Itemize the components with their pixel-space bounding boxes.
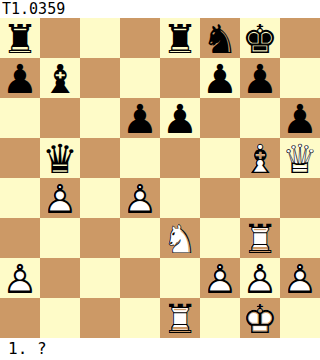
white-pawn[interactable]: ♟♙ — [200, 258, 240, 298]
square-b7[interactable]: ♝ — [40, 58, 80, 98]
square-f4[interactable] — [200, 178, 240, 218]
square-h6[interactable]: ♟ — [280, 98, 320, 138]
square-g8[interactable]: ♚ — [240, 18, 280, 58]
white-king[interactable]: ♚♔ — [240, 298, 280, 338]
square-e1[interactable]: ♜♖ — [160, 298, 200, 338]
black-pawn[interactable]: ♟ — [200, 58, 240, 98]
white-queen[interactable]: ♛♕ — [280, 138, 320, 178]
square-b1[interactable] — [40, 298, 80, 338]
square-a7[interactable]: ♟ — [0, 58, 40, 98]
square-h5[interactable]: ♛♕ — [280, 138, 320, 178]
square-b8[interactable] — [40, 18, 80, 58]
square-g4[interactable] — [240, 178, 280, 218]
white-rook[interactable]: ♜♖ — [240, 218, 280, 258]
square-c3[interactable] — [80, 218, 120, 258]
white-pawn[interactable]: ♟♙ — [240, 258, 280, 298]
square-c8[interactable] — [80, 18, 120, 58]
square-f1[interactable] — [200, 298, 240, 338]
square-f3[interactable] — [200, 218, 240, 258]
white-pawn[interactable]: ♟♙ — [40, 178, 80, 218]
white-knight[interactable]: ♞♘ — [160, 218, 200, 258]
square-c6[interactable] — [80, 98, 120, 138]
square-a8[interactable]: ♜ — [0, 18, 40, 58]
square-h8[interactable] — [280, 18, 320, 58]
black-pawn[interactable]: ♟ — [280, 98, 320, 138]
white-pawn[interactable]: ♟♙ — [120, 178, 160, 218]
square-e8[interactable]: ♜ — [160, 18, 200, 58]
square-g6[interactable] — [240, 98, 280, 138]
square-a1[interactable] — [0, 298, 40, 338]
square-g1[interactable]: ♚♔ — [240, 298, 280, 338]
square-f6[interactable] — [200, 98, 240, 138]
square-b5[interactable]: ♛ — [40, 138, 80, 178]
black-knight[interactable]: ♞ — [200, 18, 240, 58]
square-e6[interactable]: ♟ — [160, 98, 200, 138]
square-b3[interactable] — [40, 218, 80, 258]
square-h4[interactable] — [280, 178, 320, 218]
black-pawn[interactable]: ♟ — [0, 58, 40, 98]
chess-board: ♜♜♞♚♟♝♟♟♟♟♟♛♝♗♛♕♟♙♟♙♞♘♜♖♟♙♟♙♟♙♟♙♜♖♚♔ — [0, 18, 320, 338]
square-f5[interactable] — [200, 138, 240, 178]
square-d3[interactable] — [120, 218, 160, 258]
square-d2[interactable] — [120, 258, 160, 298]
square-b4[interactable]: ♟♙ — [40, 178, 80, 218]
square-b6[interactable] — [40, 98, 80, 138]
square-e5[interactable] — [160, 138, 200, 178]
square-f2[interactable]: ♟♙ — [200, 258, 240, 298]
square-f7[interactable]: ♟ — [200, 58, 240, 98]
square-d7[interactable] — [120, 58, 160, 98]
square-e7[interactable] — [160, 58, 200, 98]
square-h3[interactable] — [280, 218, 320, 258]
black-rook[interactable]: ♜ — [0, 18, 40, 58]
black-bishop[interactable]: ♝ — [40, 58, 80, 98]
square-a5[interactable] — [0, 138, 40, 178]
square-d5[interactable] — [120, 138, 160, 178]
chess-puzzle-app: T1.0359 ♜♜♞♚♟♝♟♟♟♟♟♛♝♗♛♕♟♙♟♙♞♘♜♖♟♙♟♙♟♙♟♙… — [0, 0, 320, 360]
square-h7[interactable] — [280, 58, 320, 98]
square-d1[interactable] — [120, 298, 160, 338]
square-a3[interactable] — [0, 218, 40, 258]
square-e4[interactable] — [160, 178, 200, 218]
square-d6[interactable]: ♟ — [120, 98, 160, 138]
black-queen[interactable]: ♛ — [40, 138, 80, 178]
square-g7[interactable]: ♟ — [240, 58, 280, 98]
square-b2[interactable] — [40, 258, 80, 298]
square-a4[interactable] — [0, 178, 40, 218]
black-rook[interactable]: ♜ — [160, 18, 200, 58]
square-d4[interactable]: ♟♙ — [120, 178, 160, 218]
square-g5[interactable]: ♝♗ — [240, 138, 280, 178]
white-pawn[interactable]: ♟♙ — [280, 258, 320, 298]
black-king[interactable]: ♚ — [240, 18, 280, 58]
square-c2[interactable] — [80, 258, 120, 298]
move-prompt: 1. ? — [8, 338, 47, 360]
black-pawn[interactable]: ♟ — [240, 58, 280, 98]
square-h1[interactable] — [280, 298, 320, 338]
square-c7[interactable] — [80, 58, 120, 98]
square-a2[interactable]: ♟♙ — [0, 258, 40, 298]
square-g2[interactable]: ♟♙ — [240, 258, 280, 298]
square-c1[interactable] — [80, 298, 120, 338]
white-rook[interactable]: ♜♖ — [160, 298, 200, 338]
white-bishop[interactable]: ♝♗ — [240, 138, 280, 178]
square-e2[interactable] — [160, 258, 200, 298]
black-pawn[interactable]: ♟ — [120, 98, 160, 138]
square-d8[interactable] — [120, 18, 160, 58]
black-pawn[interactable]: ♟ — [160, 98, 200, 138]
square-h2[interactable]: ♟♙ — [280, 258, 320, 298]
square-f8[interactable]: ♞ — [200, 18, 240, 58]
square-c4[interactable] — [80, 178, 120, 218]
white-pawn[interactable]: ♟♙ — [0, 258, 40, 298]
square-a6[interactable] — [0, 98, 40, 138]
square-c5[interactable] — [80, 138, 120, 178]
square-g3[interactable]: ♜♖ — [240, 218, 280, 258]
square-e3[interactable]: ♞♘ — [160, 218, 200, 258]
